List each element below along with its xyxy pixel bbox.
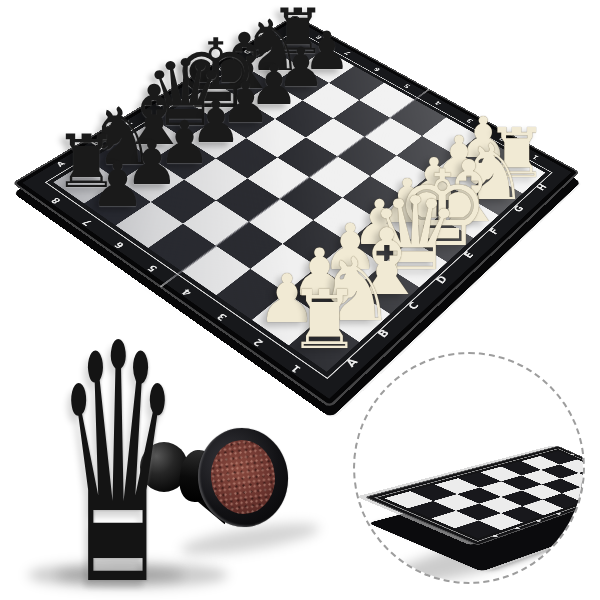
product-photo: AABBCCDDEEFFGGHH1122334455667788 ♜♞♝♛♚♝♞… xyxy=(0,0,600,600)
closeup-inset: ♛ xyxy=(0,300,320,600)
folded-frame-tick xyxy=(575,506,580,508)
magnet-felt xyxy=(207,436,280,517)
folded-frame-tick xyxy=(556,513,561,515)
folded-board-inset xyxy=(353,352,585,584)
folded-frame-tick xyxy=(492,535,498,537)
magnet-base-ring xyxy=(192,423,293,532)
folded-frame-tick xyxy=(535,520,540,522)
folded-frame-tick xyxy=(570,453,575,455)
folded-frame-tick xyxy=(514,527,519,529)
black-queen-closeup: ♛ xyxy=(49,301,188,600)
